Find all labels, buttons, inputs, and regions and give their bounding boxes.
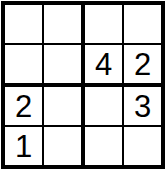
cell-r1c3[interactable] bbox=[85, 5, 124, 45]
cell-r3c4: 3 bbox=[124, 87, 161, 127]
cell-r2c4: 2 bbox=[124, 45, 161, 87]
cell-r3c2[interactable] bbox=[44, 87, 85, 127]
cell-r2c2[interactable] bbox=[44, 45, 85, 87]
cell-r1c1[interactable] bbox=[5, 5, 44, 45]
cell-r4c4[interactable] bbox=[124, 127, 161, 165]
cell-r4c3[interactable] bbox=[85, 127, 124, 165]
cell-r2c1[interactable] bbox=[5, 45, 44, 87]
page: 4 2 2 3 1 bbox=[0, 0, 165, 169]
cell-r1c4[interactable] bbox=[124, 5, 161, 45]
sudoku-board: 4 2 2 3 1 bbox=[1, 1, 165, 169]
cell-r3c3[interactable] bbox=[85, 87, 124, 127]
cell-r4c2[interactable] bbox=[44, 127, 85, 165]
cell-r4c1: 1 bbox=[5, 127, 44, 165]
cell-r1c2[interactable] bbox=[44, 5, 85, 45]
cell-r2c3: 4 bbox=[85, 45, 124, 87]
cell-r3c1: 2 bbox=[5, 87, 44, 127]
